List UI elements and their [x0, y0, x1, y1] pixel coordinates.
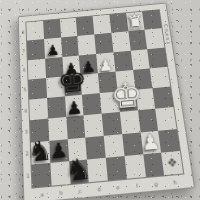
- square-c3[interactable]: [66, 116, 86, 139]
- square-a5[interactable]: [28, 78, 46, 100]
- square-e8[interactable]: [93, 15, 112, 35]
- square-h3[interactable]: [155, 107, 176, 130]
- square-e7[interactable]: [94, 33, 113, 53]
- square-c8[interactable]: [59, 18, 77, 38]
- square-c1[interactable]: ♞: [69, 159, 89, 184]
- board-grid: ♜♟♟♟♟♚♟♚♞♟♟♞❖: [26, 10, 183, 187]
- rank-label-1: 1: [24, 164, 32, 188]
- square-h2[interactable]: [158, 129, 180, 153]
- square-b7[interactable]: ♟: [44, 38, 62, 59]
- square-a8[interactable]: [26, 21, 44, 41]
- square-d3[interactable]: [84, 114, 104, 137]
- file-label-g: g: [146, 179, 166, 190]
- square-f4[interactable]: ♚: [117, 90, 137, 112]
- piece-black-knight-c1[interactable]: ♞: [65, 155, 93, 185]
- square-b8[interactable]: [43, 19, 61, 39]
- piece-white-pawn-e6[interactable]: ♟: [98, 58, 114, 73]
- square-c4[interactable]: ♟: [64, 95, 83, 117]
- square-e2[interactable]: [104, 134, 125, 158]
- square-a4[interactable]: [29, 98, 48, 121]
- board-photo: ♜♟♟♟♟♚♟♚♞♟♟♞❖ abcdefgh 87654321 Chess: [0, 0, 200, 200]
- square-g8[interactable]: ♜: [126, 12, 145, 32]
- file-label-a: a: [33, 189, 52, 200]
- square-h6[interactable]: [147, 47, 167, 68]
- file-label-f: f: [127, 180, 147, 191]
- file-label-c: c: [70, 186, 90, 197]
- piece-white-pawn-g2[interactable]: ♟: [140, 133, 161, 154]
- rank-label-8: 8: [19, 22, 26, 41]
- piece-black-pawn-b7[interactable]: ♟: [46, 44, 60, 58]
- piece-white-king-f4[interactable]: ♚: [109, 78, 144, 113]
- board-logo-ornament: ❖: [161, 151, 183, 176]
- piece-white-rook-g8[interactable]: ♜: [125, 13, 145, 31]
- chess-board: ♜♟♟♟♟♚♟♚♞♟♟♞❖ abcdefgh 87654321 Chess: [18, 3, 195, 200]
- square-c7[interactable]: [61, 36, 79, 57]
- piece-black-pawn-c4[interactable]: ♟: [65, 99, 83, 117]
- file-label-h: h: [165, 177, 185, 188]
- square-g2[interactable]: ♟: [140, 130, 161, 154]
- rank-label-4: 4: [22, 100, 30, 122]
- piece-black-king-c5[interactable]: ♚: [56, 65, 88, 97]
- file-label-e: e: [108, 182, 128, 193]
- rank-label-7: 7: [20, 41, 27, 61]
- square-a7[interactable]: [27, 39, 45, 60]
- square-d8[interactable]: [76, 16, 94, 36]
- square-a2[interactable]: ♞: [31, 140, 50, 164]
- square-h1[interactable]: ❖: [161, 151, 183, 176]
- square-h8[interactable]: [142, 10, 161, 30]
- file-label-d: d: [89, 184, 109, 195]
- square-c5[interactable]: ♚: [63, 75, 82, 97]
- rank-label-5: 5: [21, 79, 29, 100]
- square-e3[interactable]: [102, 112, 122, 135]
- square-e6[interactable]: ♟: [96, 52, 115, 73]
- square-h4[interactable]: [153, 87, 174, 109]
- square-a6[interactable]: [28, 58, 46, 79]
- file-label-b: b: [51, 187, 70, 198]
- square-e1[interactable]: [106, 156, 127, 181]
- square-h7[interactable]: [145, 28, 165, 48]
- square-h5[interactable]: [150, 67, 170, 89]
- rank-label-6: 6: [20, 60, 27, 80]
- square-d7[interactable]: [77, 35, 96, 55]
